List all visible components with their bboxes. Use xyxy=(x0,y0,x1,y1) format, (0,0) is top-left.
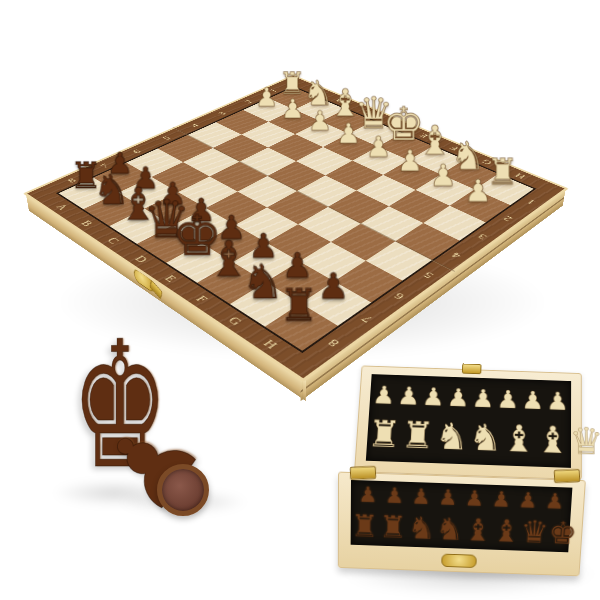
tray-piece-black-pawn: ♟ xyxy=(464,488,484,510)
tray-piece-black-pawn: ♟ xyxy=(544,491,565,513)
tray-piece-black-pawn: ♟ xyxy=(491,489,512,511)
piece-white-pawn[interactable]: ♟ xyxy=(308,107,332,134)
tray-piece-white-pawn: ♟ xyxy=(372,383,396,408)
piece-black-pawn[interactable]: ♟ xyxy=(318,269,350,305)
tray-piece-black-bishop: ♝ xyxy=(491,515,521,547)
tray-row: ♜♜♞♞♝♝♛♚ xyxy=(351,510,571,548)
tray-piece-white-knight: ♞ xyxy=(434,418,469,456)
tray-piece-black-knight: ♞ xyxy=(407,512,436,544)
tray-piece-black-knight: ♞ xyxy=(435,513,464,545)
box-hinge-left xyxy=(350,466,376,480)
piece-white-pawn[interactable]: ♟ xyxy=(397,146,423,175)
piece-white-pawn[interactable]: ♟ xyxy=(465,176,493,207)
tray-piece-white-pawn: ♟ xyxy=(396,383,420,408)
box-lid: ♟♟♟♟♟♟♟♟♜♜♞♞♝♝♛♚ xyxy=(354,365,582,480)
tray-piece-white-bishop: ♝ xyxy=(502,420,536,458)
box-lid-latch xyxy=(462,363,482,374)
tray-piece-black-pawn: ♟ xyxy=(385,485,405,507)
tray-piece-white-pawn: ♟ xyxy=(471,386,494,411)
tray-piece-white-knight: ♞ xyxy=(468,419,503,457)
piece-white-pawn[interactable]: ♟ xyxy=(281,96,305,123)
tray-piece-black-pawn: ♟ xyxy=(411,486,431,508)
tray-piece-white-pawn: ♟ xyxy=(546,389,569,414)
box-base-tray: ♟♟♟♟♟♟♟♟♜♜♞♞♝♝♛♚ xyxy=(351,480,573,552)
product-photo: ABCDEFGH ABCDEFGH 12345678 12345678 ♜♞♝♛… xyxy=(0,0,600,600)
tray-piece-black-pawn: ♟ xyxy=(358,484,378,506)
piece-white-pawn[interactable]: ♟ xyxy=(337,120,362,148)
tray-piece-black-rook: ♜ xyxy=(351,510,380,542)
box-base: ♟♟♟♟♟♟♟♟♜♜♞♞♝♝♛♚ xyxy=(338,472,586,577)
tray-piece-black-bishop: ♝ xyxy=(463,514,492,546)
felt-base xyxy=(157,464,209,516)
tray-piece-white-pawn: ♟ xyxy=(521,388,544,413)
piece-black-pawn[interactable]: ♟ xyxy=(282,248,313,283)
tray-piece-black-pawn: ♟ xyxy=(518,490,539,512)
tray-piece-white-pawn: ♟ xyxy=(446,385,470,410)
tray-piece-black-pawn: ♟ xyxy=(438,487,458,509)
tray-row: ♜♜♞♞♝♝♛♚ xyxy=(366,415,571,459)
tray-piece-black-king: ♚ xyxy=(548,517,578,549)
tray-piece-white-pawn: ♟ xyxy=(496,387,519,412)
tray-piece-black-rook: ♜ xyxy=(379,511,408,543)
box-clasp xyxy=(441,554,477,568)
tray-row: ♟♟♟♟♟♟♟♟ xyxy=(369,382,571,413)
box-hinge-right xyxy=(554,469,580,483)
tray-piece-white-bishop: ♝ xyxy=(536,421,570,459)
tray-piece-white-queen: ♛ xyxy=(569,422,600,460)
storage-box: ♟♟♟♟♟♟♟♟♜♜♞♞♝♝♛♚ ♟♟♟♟♟♟♟♟♜♜♞♞♝♝♛♚ xyxy=(334,352,596,599)
tray-piece-white-pawn: ♟ xyxy=(421,384,445,409)
piece-white-pawn[interactable]: ♟ xyxy=(430,161,457,191)
piece-black-rook[interactable]: ♜ xyxy=(279,283,319,327)
tray-piece-white-rook: ♜ xyxy=(366,415,402,453)
piece-white-pawn[interactable]: ♟ xyxy=(366,133,392,161)
tray-piece-black-queen: ♛ xyxy=(520,516,550,548)
tray-piece-white-rook: ♜ xyxy=(400,417,436,455)
box-lid-tray: ♟♟♟♟♟♟♟♟♜♜♞♞♝♝♛♚ xyxy=(366,374,571,468)
